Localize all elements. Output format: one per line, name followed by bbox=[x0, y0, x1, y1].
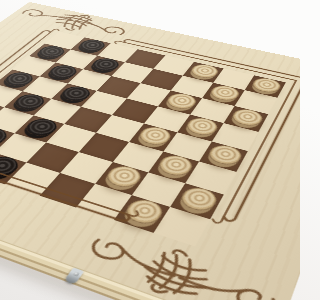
photo-background bbox=[0, 0, 300, 300]
checkers-grid bbox=[0, 32, 286, 247]
hinge bbox=[64, 267, 84, 284]
board-3d-wrapper bbox=[0, 2, 300, 300]
